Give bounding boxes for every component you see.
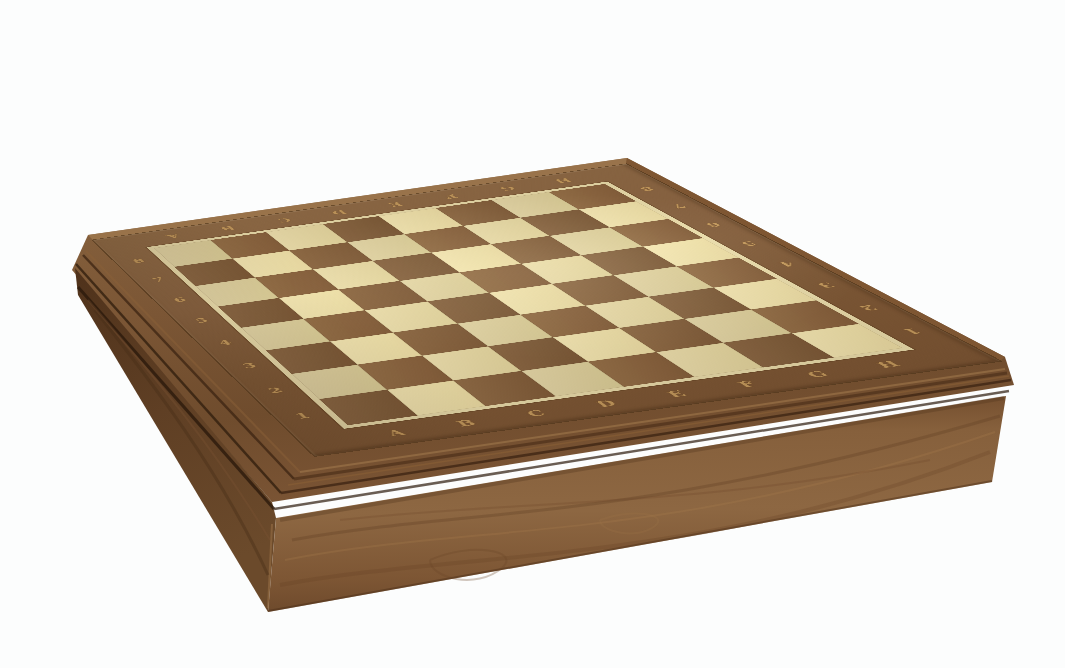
product-photo-scene: AA88BB77CC66DD55EE44FF33GG22HH11 bbox=[0, 0, 1065, 668]
